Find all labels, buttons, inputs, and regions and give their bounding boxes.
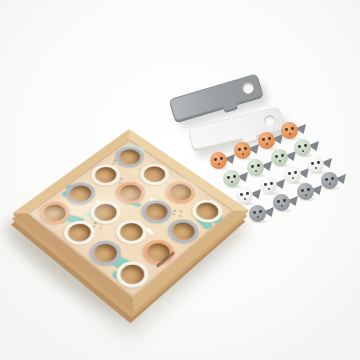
- fish-body: [321, 172, 338, 189]
- hole-recess: [141, 200, 172, 224]
- fish-mouth: [255, 170, 257, 172]
- hole-recess: [165, 181, 195, 204]
- hole-recess: [115, 182, 145, 205]
- fish-mouth: [231, 181, 233, 183]
- paddle-hole: [241, 81, 255, 95]
- fish-eye-right: [331, 177, 334, 180]
- fish-mouth: [268, 188, 270, 190]
- fish-eye-right: [294, 171, 297, 174]
- fish-mouth: [279, 160, 281, 162]
- fish-body: [297, 183, 314, 200]
- fish-eye-left: [253, 211, 256, 214]
- fish-eye-right: [283, 199, 286, 202]
- fish-eye-left: [238, 148, 241, 151]
- fish-eye-right: [281, 154, 284, 157]
- fish-eye-left: [311, 162, 314, 165]
- fish-mouth: [315, 167, 317, 169]
- fish-mouth: [244, 198, 246, 200]
- fish-mouth: [292, 177, 294, 179]
- hole-recess: [91, 164, 121, 186]
- fish-body: [247, 159, 264, 176]
- fish-eye-right: [268, 137, 271, 140]
- hole-recess: [116, 220, 148, 245]
- hole-recess: [116, 261, 149, 288]
- fish-eye-right: [233, 175, 236, 178]
- hole-recess: [168, 219, 200, 244]
- fish-eye-left: [262, 138, 265, 141]
- fish-eye-left: [288, 172, 291, 175]
- fish-mouth: [242, 153, 244, 155]
- fish-mouth: [266, 143, 268, 145]
- fish-body: [236, 187, 253, 204]
- hole-recess: [90, 201, 121, 225]
- hole-recess: [115, 146, 144, 167]
- fish-eye-right: [257, 164, 260, 167]
- hole-recess: [64, 220, 96, 245]
- hole-recess: [192, 199, 223, 223]
- fish-eye-left: [285, 128, 288, 131]
- fish-eye-right: [291, 127, 294, 130]
- fish-eye-left: [325, 178, 328, 181]
- fish-eye-left: [264, 183, 267, 186]
- scene: [0, 0, 360, 360]
- fish-mouth: [281, 205, 283, 207]
- fish-eye-left: [227, 176, 230, 179]
- fish-eye-left: [214, 158, 217, 161]
- fish-body: [210, 152, 227, 169]
- fish-body: [249, 205, 266, 222]
- fish-mouth: [329, 183, 331, 185]
- fish-eye-right: [244, 147, 247, 150]
- fish-mouth: [257, 216, 259, 218]
- fish-eye-right: [220, 157, 223, 160]
- hole-recess: [65, 182, 96, 205]
- hole-recess: [140, 163, 170, 185]
- hole-recess: [39, 201, 70, 225]
- fish-eye-right: [270, 182, 273, 185]
- fish-eye-right: [246, 192, 249, 195]
- fish-mouth: [289, 133, 291, 135]
- fish-eye-right: [307, 188, 310, 191]
- paddle-hole: [263, 114, 276, 127]
- fish-body: [273, 194, 290, 211]
- fish-eye-right: [317, 161, 320, 164]
- fish-mouth: [305, 194, 307, 196]
- fish-gray-2: [273, 192, 300, 214]
- fish-eye-right: [304, 144, 307, 147]
- fish-gray-4: [321, 170, 348, 192]
- hole-recess: [89, 240, 121, 266]
- fish-eye-right: [259, 210, 262, 213]
- paddle-tab: [222, 101, 237, 111]
- fish-gray-1: [249, 203, 276, 225]
- fish-eye-left: [275, 155, 278, 158]
- fish-gray-3: [297, 181, 324, 203]
- fish-eye-left: [240, 193, 243, 196]
- fish-mouth: [302, 150, 304, 152]
- fish-eye-left: [251, 165, 254, 168]
- fish-mouth: [218, 163, 220, 165]
- fish-eye-left: [301, 189, 304, 192]
- fish-eye-left: [277, 200, 280, 203]
- fish-eye-left: [298, 145, 301, 148]
